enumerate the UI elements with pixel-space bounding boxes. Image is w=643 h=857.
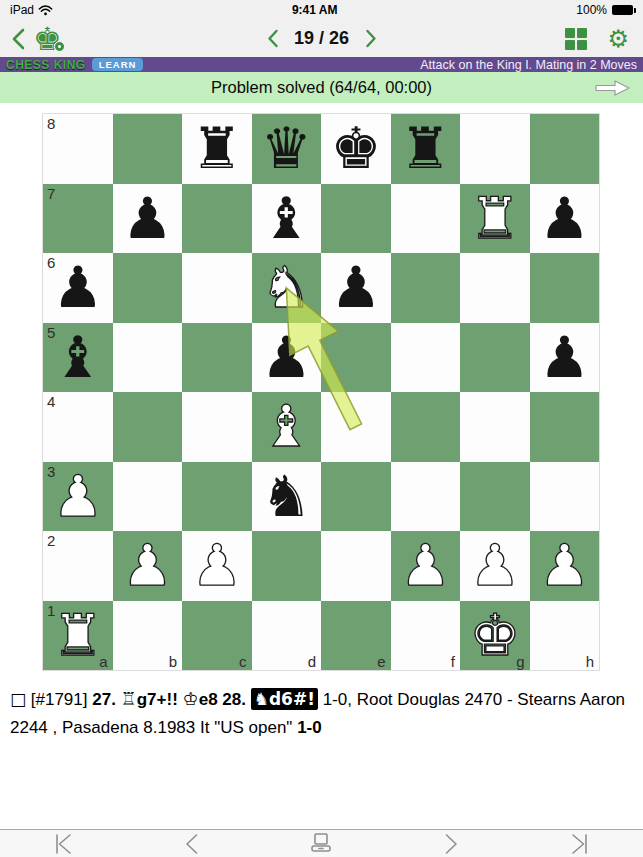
square-a6[interactable]: 6♟ xyxy=(43,253,113,323)
battery-icon xyxy=(612,5,633,15)
square-c2[interactable]: ♟ xyxy=(182,531,252,601)
square-c4[interactable] xyxy=(182,392,252,462)
rank-label: 7 xyxy=(47,185,55,202)
square-d6[interactable]: ♞ xyxy=(252,253,322,323)
black-k-piece: ♚ xyxy=(321,114,391,184)
square-c7[interactable] xyxy=(182,184,252,254)
white-b-piece: ♝ xyxy=(252,392,322,462)
settings-gear-icon[interactable]: ⚙ xyxy=(607,27,629,51)
move-segment: ♖ xyxy=(121,688,137,709)
file-label: g xyxy=(516,653,524,670)
square-f8[interactable]: ♜ xyxy=(391,114,461,184)
bottom-toolbar xyxy=(0,829,643,857)
file-label: h xyxy=(586,653,594,670)
square-d2[interactable] xyxy=(252,531,322,601)
square-e2[interactable] xyxy=(321,531,391,601)
current-move-highlight[interactable]: ♞d6#! xyxy=(251,688,318,710)
back-chevron-icon[interactable] xyxy=(12,28,25,50)
move-notation-text: □ [#1791] 27. ♖g7+!! ♔e8 28. ♞d6#! 1-0, … xyxy=(0,670,643,742)
square-b1[interactable]: b xyxy=(113,601,183,671)
square-g5[interactable] xyxy=(460,323,530,393)
square-b5[interactable] xyxy=(113,323,183,393)
square-h2[interactable]: ♟ xyxy=(530,531,600,601)
square-e3[interactable] xyxy=(321,462,391,532)
square-d5[interactable]: ♟ xyxy=(252,323,322,393)
black-p-piece: ♟ xyxy=(252,323,322,393)
app-screen: iPad 9:41 AM 100% ♚ xyxy=(0,0,643,857)
square-d3[interactable]: ♞ xyxy=(252,462,322,532)
square-b2[interactable]: ♟ xyxy=(113,531,183,601)
rank-label: 4 xyxy=(47,393,55,410)
white-r-piece: ♜ xyxy=(460,184,530,254)
black-b-piece: ♝ xyxy=(252,184,322,254)
next-arrow-button[interactable] xyxy=(594,79,632,97)
square-a5[interactable]: 5♝ xyxy=(43,323,113,393)
square-a3[interactable]: 3♟ xyxy=(43,462,113,532)
device-label: iPad xyxy=(10,3,34,17)
board-view-button[interactable] xyxy=(301,830,341,857)
square-g3[interactable] xyxy=(460,462,530,532)
square-d1[interactable]: d xyxy=(252,601,322,671)
square-a2[interactable]: 2 xyxy=(43,531,113,601)
black-p-piece: ♟ xyxy=(530,184,600,254)
black-r-piece: ♜ xyxy=(391,114,461,184)
square-c1[interactable]: c xyxy=(182,601,252,671)
logo-badge xyxy=(54,41,65,52)
square-g8[interactable] xyxy=(460,114,530,184)
rank-label: 2 xyxy=(47,532,55,549)
move-segment: 27. xyxy=(92,690,120,709)
square-e6[interactable]: ♟ xyxy=(321,253,391,323)
square-b3[interactable] xyxy=(113,462,183,532)
move-segment: 1-0 xyxy=(297,718,322,737)
square-g1[interactable]: g♚ xyxy=(460,601,530,671)
move-segment: e8 xyxy=(199,690,223,709)
move-segment: □ xyxy=(10,689,26,709)
black-p-piece: ♟ xyxy=(113,184,183,254)
square-a1[interactable]: 1a♜ xyxy=(43,601,113,671)
file-label: c xyxy=(239,653,247,670)
square-a4[interactable]: 4 xyxy=(43,392,113,462)
app-logo-king-icon[interactable]: ♚ xyxy=(33,24,62,54)
file-label: a xyxy=(99,653,107,670)
learn-badge: LEARN xyxy=(92,58,144,71)
battery-percent: 100% xyxy=(576,3,607,17)
square-c8[interactable]: ♜ xyxy=(182,114,252,184)
position-counter: 19 / 26 xyxy=(294,28,349,49)
clock: 9:41 AM xyxy=(292,3,338,17)
problem-list-grid-icon[interactable] xyxy=(565,28,587,50)
square-f2[interactable]: ♟ xyxy=(391,531,461,601)
black-p-piece: ♟ xyxy=(321,253,391,323)
next-problem-button[interactable] xyxy=(365,29,376,48)
square-e1[interactable]: e xyxy=(321,601,391,671)
square-g6[interactable] xyxy=(460,253,530,323)
square-d4[interactable]: ♝ xyxy=(252,392,322,462)
course-title: Attack on the King I. Mating in 2 Moves xyxy=(420,58,637,72)
file-label: f xyxy=(451,653,455,670)
square-c6[interactable] xyxy=(182,253,252,323)
white-p-piece: ♟ xyxy=(113,531,183,601)
rank-label: 3 xyxy=(47,463,55,480)
square-e5[interactable] xyxy=(321,323,391,393)
square-g4[interactable] xyxy=(460,392,530,462)
skip-to-end-button[interactable] xyxy=(559,830,599,857)
square-b6[interactable] xyxy=(113,253,183,323)
next-move-button[interactable] xyxy=(430,830,470,857)
rank-label: 8 xyxy=(47,115,55,132)
move-segment: [#1791] xyxy=(26,690,92,709)
nav-bar: ♚ 19 / 26 ⚙ xyxy=(0,20,643,57)
square-h7[interactable]: ♟ xyxy=(530,184,600,254)
previous-move-button[interactable] xyxy=(173,830,213,857)
status-bar: iPad 9:41 AM 100% xyxy=(0,0,643,20)
square-g7[interactable]: ♜ xyxy=(460,184,530,254)
square-f5[interactable] xyxy=(391,323,461,393)
square-b7[interactable]: ♟ xyxy=(113,184,183,254)
square-f1[interactable]: f xyxy=(391,601,461,671)
black-n-piece: ♞ xyxy=(252,462,322,532)
square-c3[interactable] xyxy=(182,462,252,532)
previous-problem-button[interactable] xyxy=(267,29,278,48)
square-h6[interactable] xyxy=(530,253,600,323)
black-r-piece: ♜ xyxy=(182,114,252,184)
brand-bar: CHESS KING LEARN Attack on the King I. M… xyxy=(0,57,643,72)
square-f7[interactable] xyxy=(391,184,461,254)
square-h3[interactable] xyxy=(530,462,600,532)
square-h1[interactable]: h xyxy=(530,601,600,671)
rank-label: 6 xyxy=(47,254,55,271)
square-a8[interactable]: 8 xyxy=(43,114,113,184)
white-p-piece: ♟ xyxy=(182,531,252,601)
skip-to-start-button[interactable] xyxy=(44,830,84,857)
move-segment: ♔ xyxy=(183,688,199,709)
square-f4[interactable] xyxy=(391,392,461,462)
square-g2[interactable]: ♟ xyxy=(460,531,530,601)
file-label: d xyxy=(308,653,316,670)
file-label: e xyxy=(377,653,385,670)
move-segment: 28. xyxy=(222,690,250,709)
chess-board[interactable]: 8♜♛♚♜7♟♝♜♟6♟♞♟5♝♟♟4♝3♟♞2♟♟♟♟♟1a♜bcdefg♚h xyxy=(43,114,599,670)
file-label: b xyxy=(169,653,177,670)
rank-label: 1 xyxy=(47,602,55,619)
square-a7[interactable]: 7 xyxy=(43,184,113,254)
banner-text: Problem solved (64/64, 00:00) xyxy=(211,78,432,97)
status-banner: Problem solved (64/64, 00:00) xyxy=(0,72,643,103)
white-n-piece: ♞ xyxy=(252,253,322,323)
top-chrome: iPad 9:41 AM 100% ♚ xyxy=(0,0,643,57)
square-b4[interactable] xyxy=(113,392,183,462)
white-p-piece: ♟ xyxy=(460,531,530,601)
white-p-piece: ♟ xyxy=(391,531,461,601)
white-p-piece: ♟ xyxy=(530,531,600,601)
square-f6[interactable] xyxy=(391,253,461,323)
square-e7[interactable] xyxy=(321,184,391,254)
square-e8[interactable]: ♚ xyxy=(321,114,391,184)
square-b8[interactable] xyxy=(113,114,183,184)
move-segment: g7+!! xyxy=(137,690,183,709)
wifi-icon xyxy=(38,5,53,16)
board-wrap: 8♜♛♚♜7♟♝♜♟6♟♞♟5♝♟♟4♝3♟♞2♟♟♟♟♟1a♜bcdefg♚h xyxy=(43,114,599,670)
square-h5[interactable]: ♟ xyxy=(530,323,600,393)
black-p-piece: ♟ xyxy=(530,323,600,393)
square-f3[interactable] xyxy=(391,462,461,532)
square-d7[interactable]: ♝ xyxy=(252,184,322,254)
square-h8[interactable] xyxy=(530,114,600,184)
square-d8[interactable]: ♛ xyxy=(252,114,322,184)
square-c5[interactable] xyxy=(182,323,252,393)
rank-label: 5 xyxy=(47,324,55,341)
square-h4[interactable] xyxy=(530,392,600,462)
brand-name: CHESS KING xyxy=(6,58,86,72)
square-e4[interactable] xyxy=(321,392,391,462)
black-q-piece: ♛ xyxy=(252,114,322,184)
